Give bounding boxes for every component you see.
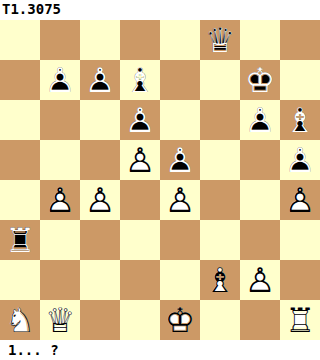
black-pawn-h5[interactable]: ♟♙ [280, 140, 320, 180]
square-d4[interactable] [120, 180, 160, 220]
square-h5[interactable]: ♟♙ [280, 140, 320, 180]
square-h7[interactable] [280, 60, 320, 100]
black-pawn-e5[interactable]: ♟♙ [160, 140, 200, 180]
square-f2[interactable]: ♝♗ [200, 260, 240, 300]
square-c3[interactable] [80, 220, 120, 260]
square-h2[interactable] [280, 260, 320, 300]
square-b5[interactable] [40, 140, 80, 180]
square-d8[interactable] [120, 20, 160, 60]
square-b3[interactable] [40, 220, 80, 260]
square-e3[interactable] [160, 220, 200, 260]
square-b2[interactable] [40, 260, 80, 300]
square-c5[interactable] [80, 140, 120, 180]
piece-outline: ♗ [200, 260, 240, 300]
black-pawn-d6[interactable]: ♟♙ [120, 100, 160, 140]
square-d7[interactable]: ♝♗ [120, 60, 160, 100]
black-pawn-b7[interactable]: ♟♙ [40, 60, 80, 100]
piece-outline: ♗ [120, 60, 160, 100]
piece-outline: ♕ [200, 20, 240, 60]
piece-outline: ♙ [40, 180, 80, 220]
square-g1[interactable] [240, 300, 280, 340]
white-pawn-c4[interactable]: ♟♙ [80, 180, 120, 220]
square-e2[interactable] [160, 260, 200, 300]
square-f6[interactable] [200, 100, 240, 140]
move-prompt: 1... ? [0, 340, 320, 360]
white-pawn-d5[interactable]: ♟♙ [120, 140, 160, 180]
square-c8[interactable] [80, 20, 120, 60]
square-d3[interactable] [120, 220, 160, 260]
square-e5[interactable]: ♟♙ [160, 140, 200, 180]
square-c1[interactable] [80, 300, 120, 340]
piece-outline: ♔ [160, 300, 200, 340]
black-queen-f8[interactable]: ♛♕ [200, 20, 240, 60]
square-a3[interactable]: ♜♖ [0, 220, 40, 260]
square-d1[interactable] [120, 300, 160, 340]
square-h3[interactable] [280, 220, 320, 260]
square-c6[interactable] [80, 100, 120, 140]
square-g4[interactable] [240, 180, 280, 220]
piece-outline: ♙ [280, 140, 320, 180]
chess-board: ♛♕♟♙♟♙♝♗♚♔♟♙♟♙♝♗♟♙♟♙♟♙♟♙♟♙♟♙♟♙♜♖♝♗♟♙♞♘♛♕… [0, 20, 320, 340]
piece-outline: ♙ [120, 140, 160, 180]
square-d6[interactable]: ♟♙ [120, 100, 160, 140]
piece-outline: ♙ [80, 180, 120, 220]
white-bishop-f2[interactable]: ♝♗ [200, 260, 240, 300]
square-c7[interactable]: ♟♙ [80, 60, 120, 100]
square-g8[interactable] [240, 20, 280, 60]
square-e8[interactable] [160, 20, 200, 60]
square-a8[interactable] [0, 20, 40, 60]
square-d5[interactable]: ♟♙ [120, 140, 160, 180]
black-king-g7[interactable]: ♚♔ [240, 60, 280, 100]
white-king-e1[interactable]: ♚♔ [160, 300, 200, 340]
white-pawn-g2[interactable]: ♟♙ [240, 260, 280, 300]
square-b1[interactable]: ♛♕ [40, 300, 80, 340]
piece-outline: ♗ [280, 100, 320, 140]
piece-outline: ♙ [160, 180, 200, 220]
square-b6[interactable] [40, 100, 80, 140]
square-g5[interactable] [240, 140, 280, 180]
white-pawn-h4[interactable]: ♟♙ [280, 180, 320, 220]
square-a7[interactable] [0, 60, 40, 100]
piece-outline: ♙ [40, 60, 80, 100]
square-e4[interactable]: ♟♙ [160, 180, 200, 220]
square-a4[interactable] [0, 180, 40, 220]
white-pawn-e4[interactable]: ♟♙ [160, 180, 200, 220]
square-g3[interactable] [240, 220, 280, 260]
square-b8[interactable] [40, 20, 80, 60]
square-b7[interactable]: ♟♙ [40, 60, 80, 100]
piece-outline: ♙ [280, 180, 320, 220]
square-e7[interactable] [160, 60, 200, 100]
square-h4[interactable]: ♟♙ [280, 180, 320, 220]
square-a5[interactable] [0, 140, 40, 180]
black-pawn-g6[interactable]: ♟♙ [240, 100, 280, 140]
square-c2[interactable] [80, 260, 120, 300]
white-knight-a1[interactable]: ♞♘ [0, 300, 40, 340]
square-a2[interactable] [0, 260, 40, 300]
piece-outline: ♙ [80, 60, 120, 100]
square-g2[interactable]: ♟♙ [240, 260, 280, 300]
piece-outline: ♕ [40, 300, 80, 340]
square-f8[interactable]: ♛♕ [200, 20, 240, 60]
black-pawn-c7[interactable]: ♟♙ [80, 60, 120, 100]
piece-outline: ♙ [160, 140, 200, 180]
square-b4[interactable]: ♟♙ [40, 180, 80, 220]
piece-outline: ♙ [240, 260, 280, 300]
square-f5[interactable] [200, 140, 240, 180]
square-a1[interactable]: ♞♘ [0, 300, 40, 340]
square-f4[interactable] [200, 180, 240, 220]
square-g6[interactable]: ♟♙ [240, 100, 280, 140]
black-bishop-h6[interactable]: ♝♗ [280, 100, 320, 140]
black-bishop-d7[interactable]: ♝♗ [120, 60, 160, 100]
square-f3[interactable] [200, 220, 240, 260]
square-e1[interactable]: ♚♔ [160, 300, 200, 340]
square-c4[interactable]: ♟♙ [80, 180, 120, 220]
piece-outline: ♘ [0, 300, 40, 340]
puzzle-title: T1.3075 [0, 0, 320, 20]
square-a6[interactable] [0, 100, 40, 140]
piece-outline: ♙ [120, 100, 160, 140]
square-g7[interactable]: ♚♔ [240, 60, 280, 100]
white-pawn-b4[interactable]: ♟♙ [40, 180, 80, 220]
square-h6[interactable]: ♝♗ [280, 100, 320, 140]
piece-outline: ♔ [240, 60, 280, 100]
square-f1[interactable] [200, 300, 240, 340]
square-h8[interactable] [280, 20, 320, 60]
piece-outline: ♖ [280, 300, 320, 340]
square-d2[interactable] [120, 260, 160, 300]
black-rook-a3[interactable]: ♜♖ [0, 220, 40, 260]
piece-outline: ♖ [0, 220, 40, 260]
square-f7[interactable] [200, 60, 240, 100]
square-e6[interactable] [160, 100, 200, 140]
piece-outline: ♙ [240, 100, 280, 140]
white-rook-h1[interactable]: ♜♖ [280, 300, 320, 340]
square-h1[interactable]: ♜♖ [280, 300, 320, 340]
white-queen-b1[interactable]: ♛♕ [40, 300, 80, 340]
